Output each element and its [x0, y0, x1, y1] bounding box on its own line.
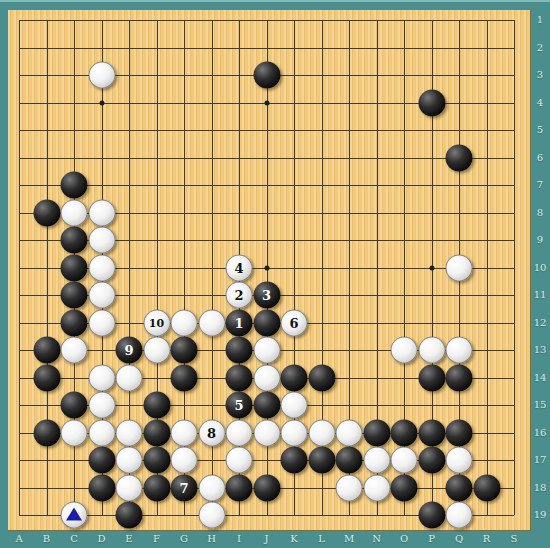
col-label-L: L: [318, 534, 325, 544]
stone-white-D15[interactable]: [88, 392, 115, 419]
col-label-M: M: [344, 534, 354, 544]
stone-black-L14[interactable]: [308, 364, 335, 391]
row-label-11: 11: [534, 290, 547, 300]
row-label-4: 4: [537, 98, 543, 108]
grid-line-vertical: [487, 20, 488, 515]
stone-black-I18[interactable]: [226, 474, 253, 501]
stone-white-N18[interactable]: [363, 474, 390, 501]
stone-black-O18[interactable]: [391, 474, 418, 501]
col-label-D: D: [97, 534, 105, 544]
stone-white-J16[interactable]: [253, 419, 280, 446]
row-label-6: 6: [537, 153, 543, 163]
stone-black-C10[interactable]: [61, 254, 88, 281]
go-board[interactable]: 42310169587: [8, 10, 531, 531]
stone-white-G17[interactable]: [171, 447, 198, 474]
stone-black-Q16[interactable]: [446, 419, 473, 446]
stone-white-C8[interactable]: [61, 199, 88, 226]
stone-black-J15[interactable]: [253, 392, 280, 419]
col-label-A: A: [15, 534, 22, 544]
stone-white-I11[interactable]: 2: [226, 282, 253, 309]
stone-black-P4[interactable]: [418, 89, 445, 116]
stone-black-K17[interactable]: [281, 447, 308, 474]
col-label-N: N: [372, 534, 381, 544]
hoshi-point: [264, 265, 269, 270]
stone-white-H12[interactable]: [198, 309, 225, 336]
stone-black-K14[interactable]: [281, 364, 308, 391]
move-number-label: 9: [124, 344, 133, 357]
stone-white-C13[interactable]: [61, 337, 88, 364]
stone-black-B8[interactable]: [33, 199, 60, 226]
stone-black-G13[interactable]: [171, 337, 198, 364]
row-label-12: 12: [534, 318, 547, 328]
stone-black-F17[interactable]: [143, 447, 170, 474]
stone-black-C12[interactable]: [61, 309, 88, 336]
col-label-H: H: [207, 534, 216, 544]
hoshi-point: [99, 100, 104, 105]
stone-white-D9[interactable]: [88, 227, 115, 254]
col-label-I: I: [237, 534, 241, 544]
stone-black-Q14[interactable]: [446, 364, 473, 391]
stone-black-E13[interactable]: 9: [116, 337, 143, 364]
row-label-2: 2: [537, 43, 543, 53]
stone-white-Q13[interactable]: [446, 337, 473, 364]
stone-black-P16[interactable]: [418, 419, 445, 446]
stone-black-P14[interactable]: [418, 364, 445, 391]
stone-white-K12[interactable]: 6: [281, 309, 308, 336]
col-label-P: P: [428, 534, 435, 544]
stone-white-M16[interactable]: [336, 419, 363, 446]
window-top-highlight: [0, 0, 550, 2]
col-label-R: R: [483, 534, 491, 544]
row-label-10: 10: [534, 263, 547, 273]
row-label-8: 8: [537, 208, 543, 218]
move-number-label: 2: [234, 289, 243, 302]
stone-white-Q10[interactable]: [446, 254, 473, 281]
stone-white-O13[interactable]: [391, 337, 418, 364]
stone-black-B14[interactable]: [33, 364, 60, 391]
stone-black-J18[interactable]: [253, 474, 280, 501]
stone-black-C9[interactable]: [61, 227, 88, 254]
stone-white-D11[interactable]: [88, 282, 115, 309]
stone-black-G14[interactable]: [171, 364, 198, 391]
col-label-F: F: [153, 534, 160, 544]
stone-white-O17[interactable]: [391, 447, 418, 474]
stone-white-K15[interactable]: [281, 392, 308, 419]
stone-black-J3[interactable]: [253, 62, 280, 89]
row-label-5: 5: [537, 125, 543, 135]
stone-black-B16[interactable]: [33, 419, 60, 446]
col-label-Q: Q: [455, 534, 463, 544]
stone-black-M17[interactable]: [336, 447, 363, 474]
stone-white-F12[interactable]: 10: [143, 309, 170, 336]
stone-white-C16[interactable]: [61, 419, 88, 446]
stone-white-L16[interactable]: [308, 419, 335, 446]
stone-black-B13[interactable]: [33, 337, 60, 364]
col-label-S: S: [511, 534, 518, 544]
hoshi-point: [429, 265, 434, 270]
hoshi-point: [264, 100, 269, 105]
move-number-label: 10: [149, 317, 164, 328]
stone-white-E17[interactable]: [116, 447, 143, 474]
stone-black-P19[interactable]: [418, 502, 445, 529]
go-board-frame: 42310169587 ABCDEFGHIJKLMNOPQRS123456789…: [0, 0, 550, 548]
stone-white-I17[interactable]: [226, 447, 253, 474]
row-label-7: 7: [537, 180, 543, 190]
triangle-mark: [66, 507, 82, 520]
col-label-K: K: [290, 534, 297, 544]
stone-black-D17[interactable]: [88, 447, 115, 474]
col-label-E: E: [125, 534, 132, 544]
stone-white-D3[interactable]: [88, 62, 115, 89]
stone-white-H16[interactable]: 8: [198, 419, 225, 446]
stone-white-J14[interactable]: [253, 364, 280, 391]
row-label-3: 3: [537, 70, 543, 80]
stone-white-I16[interactable]: [226, 419, 253, 446]
move-number-label: 1: [234, 316, 243, 329]
stone-white-J13[interactable]: [253, 337, 280, 364]
stone-black-I15[interactable]: 5: [226, 392, 253, 419]
col-label-J: J: [264, 534, 268, 544]
col-label-O: O: [400, 534, 408, 544]
stone-black-I13[interactable]: [226, 337, 253, 364]
stone-white-D10[interactable]: [88, 254, 115, 281]
stone-black-Q6[interactable]: [446, 144, 473, 171]
stone-black-F16[interactable]: [143, 419, 170, 446]
col-label-G: G: [180, 534, 188, 544]
stone-white-F13[interactable]: [143, 337, 170, 364]
stone-white-I10[interactable]: 4: [226, 254, 253, 281]
stone-black-D18[interactable]: [88, 474, 115, 501]
move-number-label: 4: [234, 261, 243, 274]
row-label-19: 19: [534, 510, 547, 520]
row-label-16: 16: [534, 428, 547, 438]
stone-white-Q17[interactable]: [446, 447, 473, 474]
move-number-label: 6: [289, 316, 298, 329]
col-label-B: B: [43, 534, 50, 544]
stone-black-C7[interactable]: [61, 172, 88, 199]
stone-white-H18[interactable]: [198, 474, 225, 501]
stone-black-N16[interactable]: [363, 419, 390, 446]
stone-white-G16[interactable]: [171, 419, 198, 446]
stone-black-E19[interactable]: [116, 502, 143, 529]
row-label-18: 18: [534, 483, 547, 493]
stone-black-C15[interactable]: [61, 392, 88, 419]
stone-white-D14[interactable]: [88, 364, 115, 391]
stone-white-H19[interactable]: [198, 502, 225, 529]
stone-white-P13[interactable]: [418, 337, 445, 364]
stone-black-J11[interactable]: 3: [253, 282, 280, 309]
stone-black-Q18[interactable]: [446, 474, 473, 501]
stone-white-D12[interactable]: [88, 309, 115, 336]
stone-white-M18[interactable]: [336, 474, 363, 501]
stone-black-F15[interactable]: [143, 392, 170, 419]
row-label-14: 14: [534, 373, 547, 383]
stone-black-I14[interactable]: [226, 364, 253, 391]
stone-black-I12[interactable]: 1: [226, 309, 253, 336]
stone-white-E16[interactable]: [116, 419, 143, 446]
stone-black-G18[interactable]: 7: [171, 474, 198, 501]
row-label-9: 9: [537, 235, 543, 245]
move-number-label: 8: [207, 426, 216, 439]
move-number-label: 5: [234, 399, 243, 412]
stone-white-G12[interactable]: [171, 309, 198, 336]
row-label-17: 17: [534, 455, 547, 465]
col-label-C: C: [70, 534, 78, 544]
stone-white-D8[interactable]: [88, 199, 115, 226]
stone-black-L17[interactable]: [308, 447, 335, 474]
row-label-13: 13: [534, 345, 547, 355]
stone-white-Q19[interactable]: [446, 502, 473, 529]
row-label-15: 15: [534, 400, 547, 410]
stone-black-P17[interactable]: [418, 447, 445, 474]
stone-white-K16[interactable]: [281, 419, 308, 446]
stone-white-N17[interactable]: [363, 447, 390, 474]
grid-line-vertical: [514, 20, 515, 515]
stone-black-R18[interactable]: [473, 474, 500, 501]
move-number-label: 3: [262, 289, 271, 302]
stone-white-E14[interactable]: [116, 364, 143, 391]
stone-black-F18[interactable]: [143, 474, 170, 501]
stone-black-C11[interactable]: [61, 282, 88, 309]
stone-white-D16[interactable]: [88, 419, 115, 446]
stone-black-J12[interactable]: [253, 309, 280, 336]
stone-white-E18[interactable]: [116, 474, 143, 501]
stone-black-O16[interactable]: [391, 419, 418, 446]
move-number-label: 7: [179, 481, 188, 494]
row-label-1: 1: [537, 15, 543, 25]
